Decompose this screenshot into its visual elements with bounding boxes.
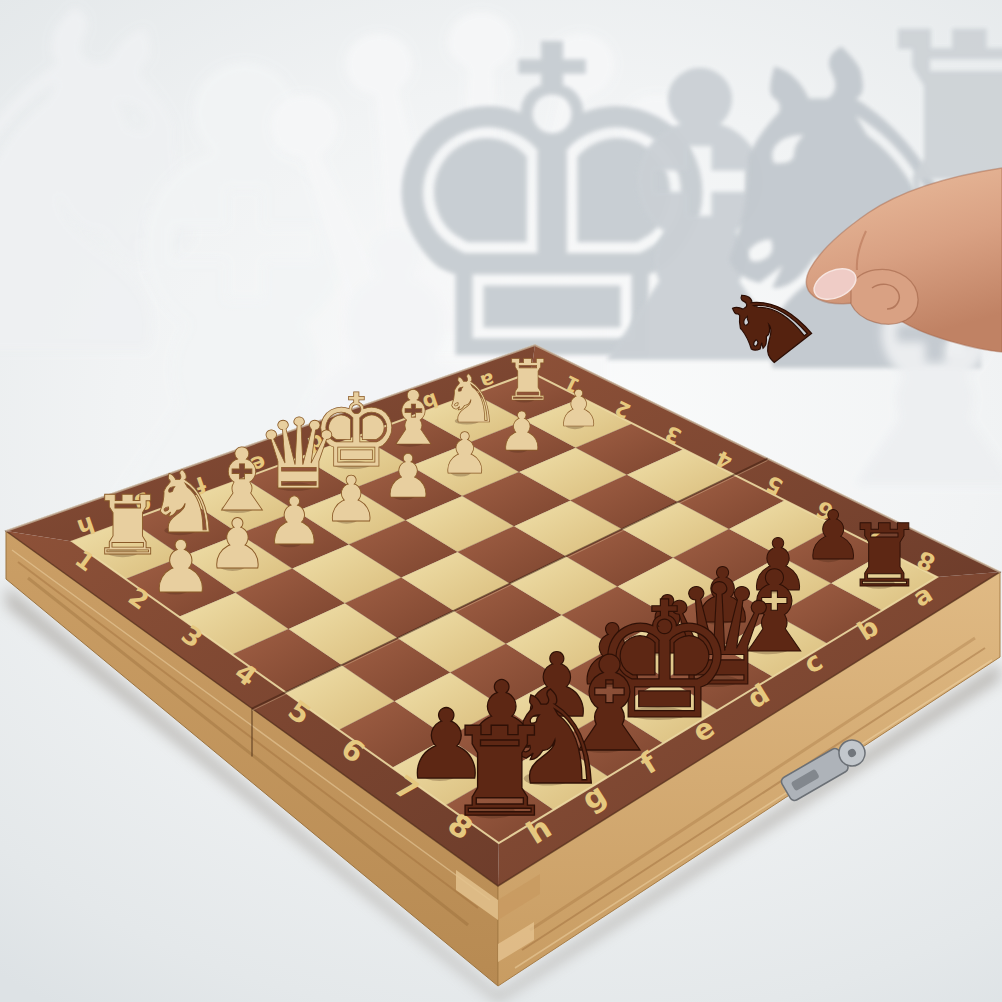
- white-pawn-g2[interactable]: ♟: [207, 504, 269, 584]
- white-pawn-e2[interactable]: ♟: [323, 463, 379, 536]
- black-rook-a8[interactable]: ♜: [845, 506, 923, 606]
- white-pawn-f2[interactable]: ♟: [265, 483, 324, 560]
- white-pawn-h2[interactable]: ♟: [148, 525, 213, 609]
- chess-set-photo: ♞♝♛♟♚♝♞♜♝ 1122334455667788hhggffeeddccbb…: [0, 0, 1002, 1002]
- white-pawn-d2[interactable]: ♟: [381, 441, 435, 511]
- black-rook-h8[interactable]: ♜: [444, 701, 554, 844]
- product-photo-scene: ♞♝♛♟♚♝♞♜♝ 1122334455667788hhggffeeddccbb…: [0, 0, 1002, 1002]
- white-pawn-a2[interactable]: ♟: [556, 379, 601, 438]
- white-pawn-b2[interactable]: ♟: [498, 400, 546, 463]
- white-pawn-c2[interactable]: ♟: [439, 420, 490, 486]
